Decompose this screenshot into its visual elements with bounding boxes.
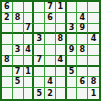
sudoku-cell-empty[interactable] [24, 34, 35, 45]
sudoku-cell-given[interactable]: 7 [13, 67, 24, 78]
sudoku-cell-empty[interactable] [34, 45, 45, 56]
sudoku-cell-given[interactable]: 9 [67, 45, 78, 56]
sudoku-cell-empty[interactable] [24, 2, 35, 13]
sudoku-cell-given[interactable]: 5 [34, 88, 45, 99]
sudoku-cell-empty[interactable] [88, 2, 99, 13]
sudoku-cell-empty[interactable] [67, 34, 78, 45]
sudoku-cell-given[interactable]: 6 [77, 77, 88, 88]
sudoku-cell-empty[interactable] [2, 34, 13, 45]
sudoku-cell-given[interactable]: 1 [88, 88, 99, 99]
sudoku-cell-empty[interactable] [24, 88, 35, 99]
sudoku-cell-empty[interactable] [88, 45, 99, 56]
sudoku-cell-empty[interactable] [13, 88, 24, 99]
sudoku-cell-given[interactable]: 2 [45, 88, 56, 99]
sudoku-cell-given[interactable]: 1 [24, 67, 35, 78]
sudoku-cell-empty[interactable] [77, 2, 88, 13]
sudoku-cell-empty[interactable] [45, 34, 56, 45]
sudoku-cell-empty[interactable] [77, 67, 88, 78]
sudoku-cell-empty[interactable] [2, 88, 13, 99]
sudoku-cell-empty[interactable] [2, 24, 13, 35]
sudoku-cell-given[interactable]: 7 [24, 24, 35, 35]
sudoku-cell-empty[interactable] [45, 67, 56, 78]
sudoku-cell-empty[interactable] [2, 77, 13, 88]
sudoku-cell-given[interactable]: 3 [13, 45, 24, 56]
sudoku-cell-given[interactable]: 8 [88, 77, 99, 88]
sudoku-cell-empty[interactable] [88, 24, 99, 35]
sudoku-cell-empty[interactable] [77, 88, 88, 99]
sudoku-cell-empty[interactable] [67, 77, 78, 88]
sudoku-cell-given[interactable]: 4 [88, 34, 99, 45]
sudoku-cell-empty[interactable] [88, 56, 99, 67]
sudoku-cell-given[interactable]: 6 [45, 13, 56, 24]
sudoku-cell-empty[interactable] [77, 56, 88, 67]
sudoku-cell-given[interactable]: 3 [34, 34, 45, 45]
sudoku-cell-given[interactable]: 3 [67, 24, 78, 35]
sudoku-cell-given[interactable]: 7 [45, 2, 56, 13]
sudoku-cell-empty[interactable] [13, 24, 24, 35]
sudoku-cell-empty[interactable] [34, 24, 45, 35]
sudoku-cell-empty[interactable] [77, 34, 88, 45]
sudoku-cell-empty[interactable] [56, 88, 67, 99]
sudoku-cell-empty[interactable] [34, 77, 45, 88]
sudoku-cell-empty[interactable] [56, 45, 67, 56]
sudoku-cell-given[interactable]: 4 [45, 77, 56, 88]
sudoku-cell-given[interactable]: 2 [2, 13, 13, 24]
sudoku-board: 671286473938434988747155468521 [0, 0, 101, 101]
sudoku-cell-given[interactable]: 5 [67, 67, 78, 78]
sudoku-cell-empty[interactable] [88, 13, 99, 24]
sudoku-cell-empty[interactable] [34, 67, 45, 78]
sudoku-cell-empty[interactable] [45, 24, 56, 35]
sudoku-cell-empty[interactable] [34, 13, 45, 24]
sudoku-cell-empty[interactable] [56, 24, 67, 35]
sudoku-cell-empty[interactable] [24, 56, 35, 67]
sudoku-cell-given[interactable]: 1 [56, 2, 67, 13]
sudoku-cell-empty[interactable] [88, 67, 99, 78]
sudoku-cell-given[interactable]: 9 [77, 24, 88, 35]
sudoku-cell-given[interactable]: 8 [2, 56, 13, 67]
sudoku-cell-empty[interactable] [2, 67, 13, 78]
sudoku-cell-empty[interactable] [13, 2, 24, 13]
sudoku-cell-empty[interactable] [13, 56, 24, 67]
sudoku-cell-empty[interactable] [13, 34, 24, 45]
sudoku-cell-empty[interactable] [24, 13, 35, 24]
sudoku-cell-given[interactable]: 8 [56, 34, 67, 45]
sudoku-cell-given[interactable]: 8 [77, 45, 88, 56]
sudoku-cell-empty[interactable] [67, 2, 78, 13]
sudoku-cell-empty[interactable] [24, 77, 35, 88]
sudoku-cell-empty[interactable] [45, 45, 56, 56]
sudoku-cell-empty[interactable] [56, 77, 67, 88]
sudoku-cell-empty[interactable] [56, 67, 67, 78]
sudoku-cell-empty[interactable] [67, 13, 78, 24]
sudoku-cell-given[interactable]: 5 [13, 77, 24, 88]
sudoku-cell-given[interactable]: 8 [13, 13, 24, 24]
sudoku-cell-given[interactable]: 6 [2, 2, 13, 13]
sudoku-cell-given[interactable]: 4 [24, 45, 35, 56]
sudoku-cell-empty[interactable] [34, 2, 45, 13]
sudoku-cell-given[interactable]: 4 [56, 56, 67, 67]
sudoku-cell-empty[interactable] [56, 13, 67, 24]
sudoku-cell-given[interactable]: 7 [34, 56, 45, 67]
sudoku-cell-empty[interactable] [67, 56, 78, 67]
sudoku-cell-empty[interactable] [67, 88, 78, 99]
sudoku-cell-given[interactable]: 4 [77, 13, 88, 24]
sudoku-cell-empty[interactable] [2, 45, 13, 56]
sudoku-cell-empty[interactable] [45, 56, 56, 67]
